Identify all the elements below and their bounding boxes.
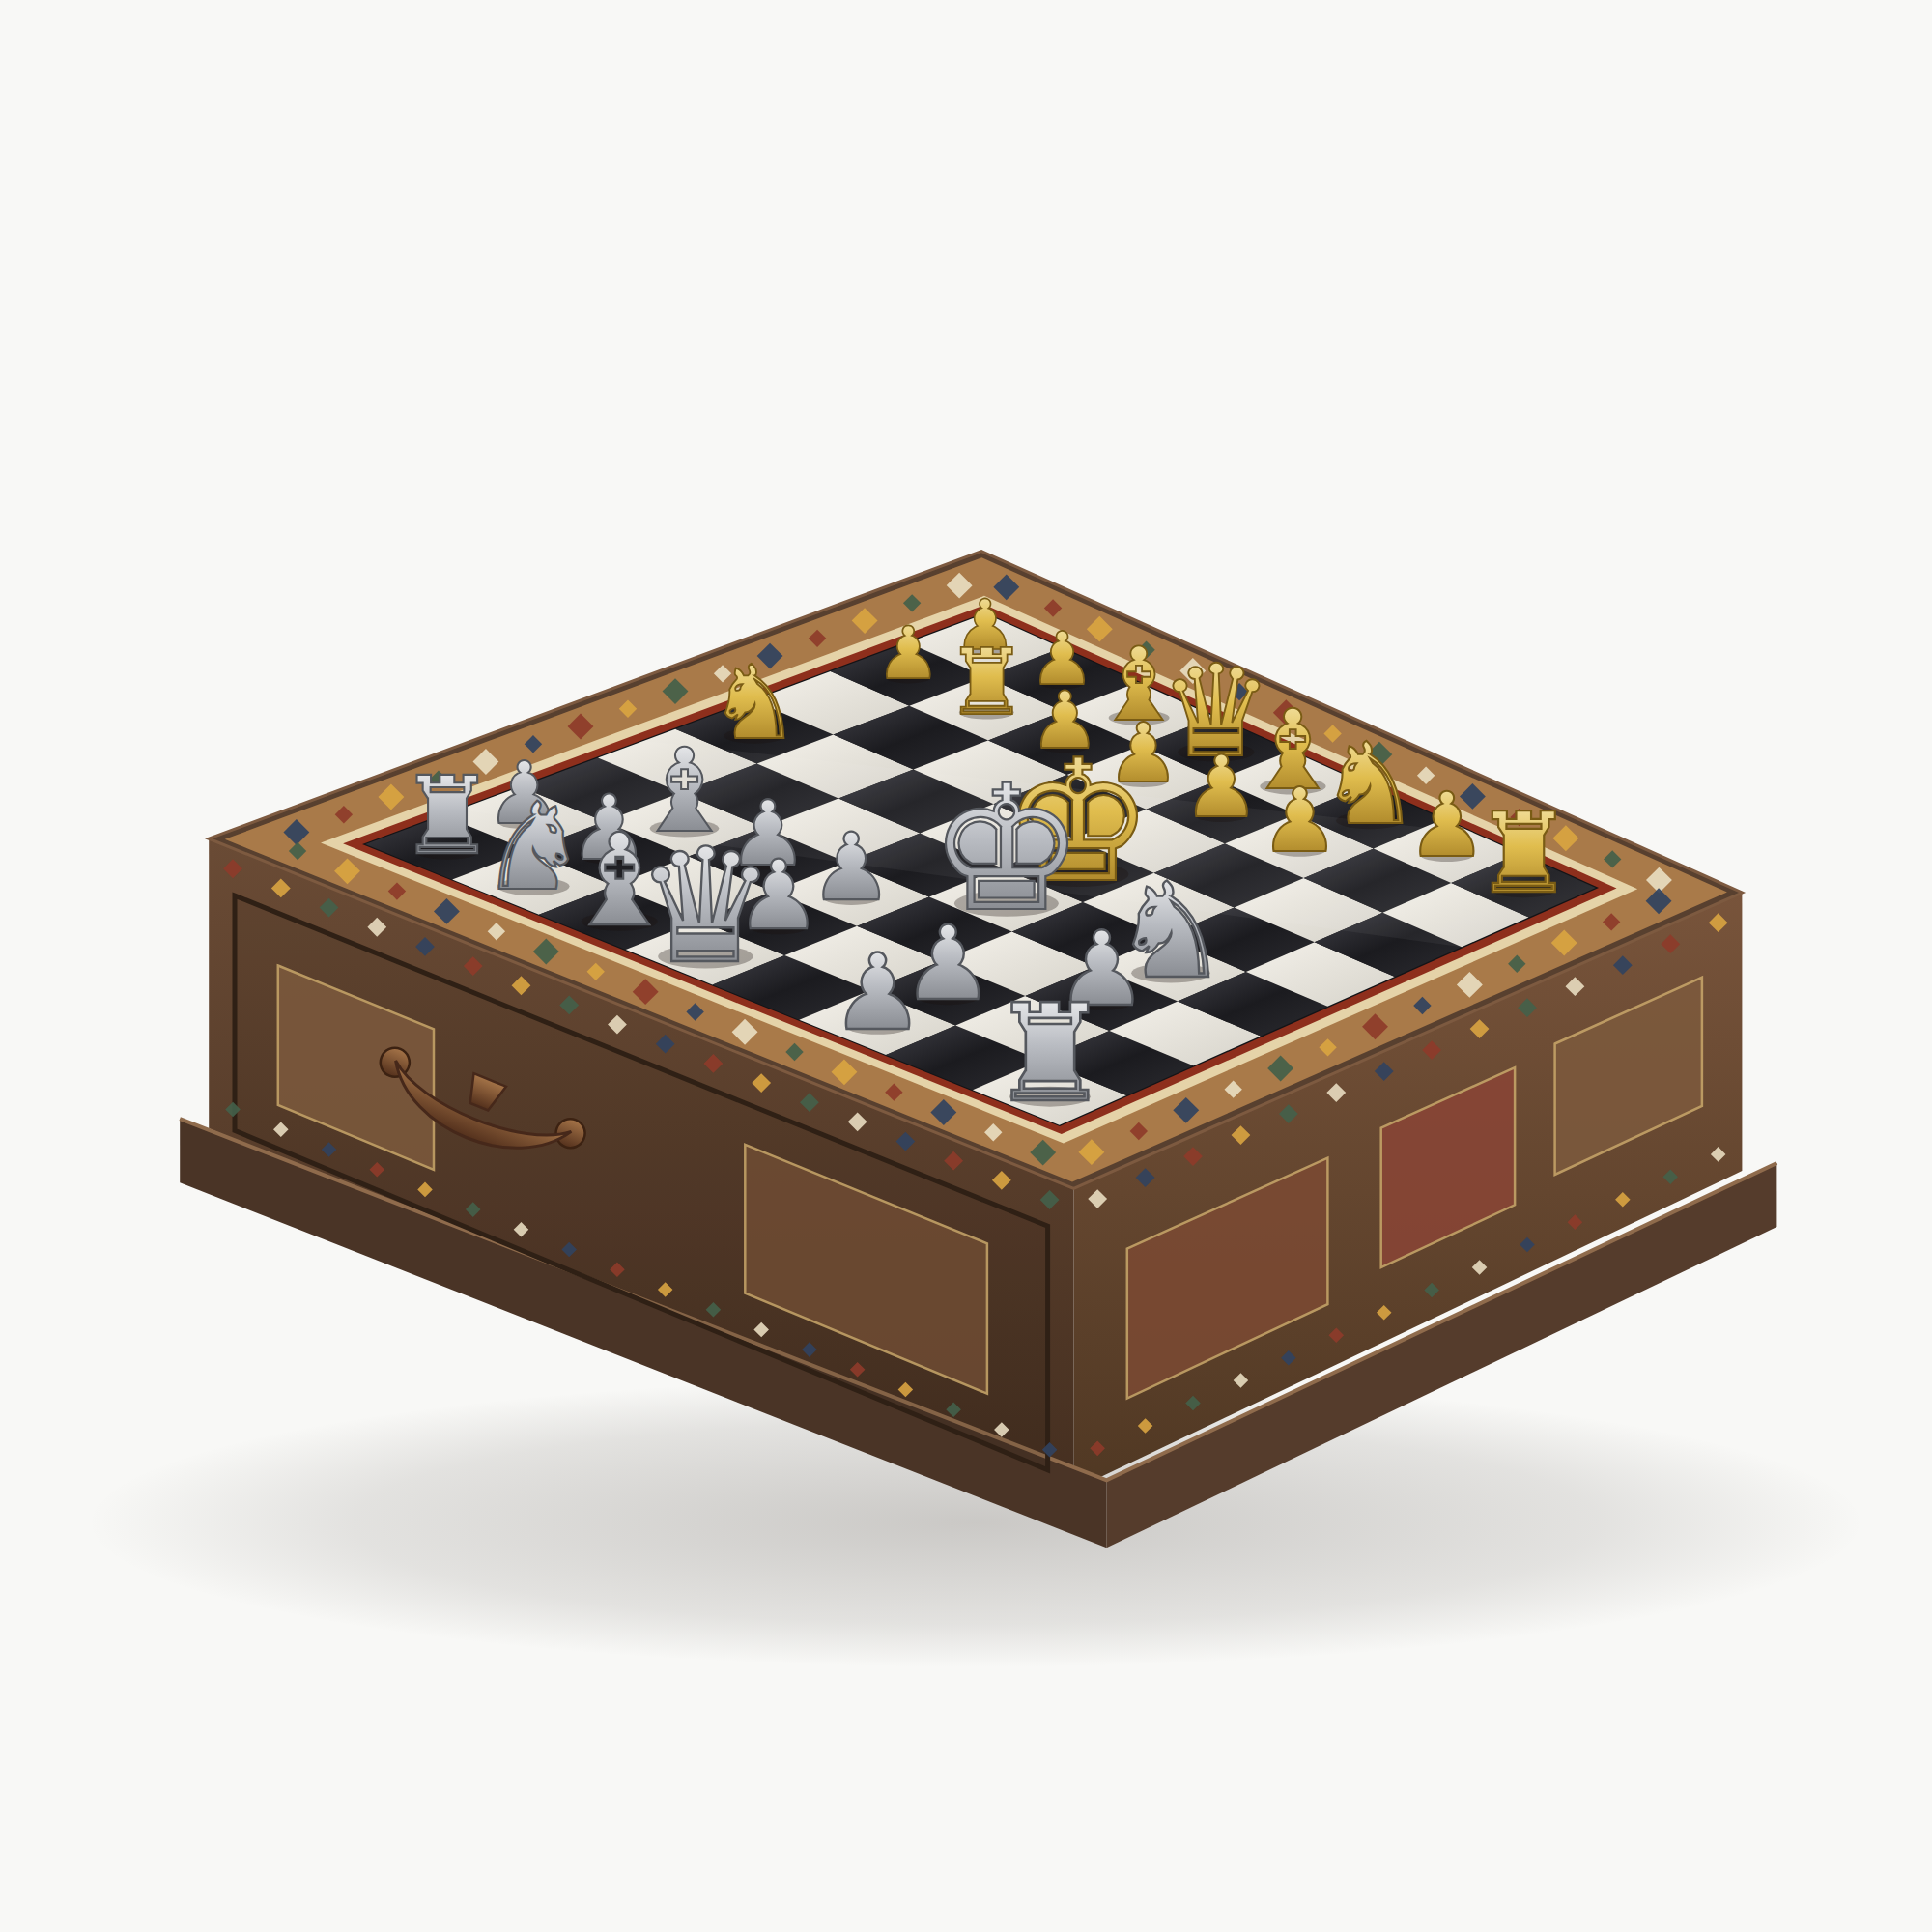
piece-gold-rook-h8: ♜ — [1474, 788, 1574, 918]
piece-gold-pawn-a7: ♟ — [876, 611, 941, 696]
piece-silver-rook-h1: ♜ — [989, 975, 1110, 1132]
chess-set-photo: ♟♟♟♜♝♞♟♛♟♝♟♞♟♝♟♜♟♟♟♚♞♜♟♚♝♟♛♞♟♟♟♜ Product… — [39, 15, 1932, 1932]
piece-silver-pawn-d3: ♟ — [810, 813, 893, 922]
piece-gold-pawn-e7: ♟ — [1183, 737, 1260, 837]
piece-silver-pawn-f1: ♟ — [831, 931, 925, 1054]
piece-silver-queen-d1: ♛ — [635, 814, 777, 999]
generated-scene: ♟♟♟♜♝♞♟♛♟♝♟♞♟♝♟♜♟♟♟♚♞♜♟♚♝♟♛♞♟♟♟♜ — [39, 15, 1932, 1932]
piece-gold-rook-b7: ♜ — [946, 629, 1028, 735]
piece-gold-pawn-f7: ♟ — [1260, 769, 1339, 872]
chess-scene-canvas: ♟♟♟♜♝♞♟♛♟♝♟♞♟♝♟♜♟♟♟♚♞♜♟♚♝♟♛♞♟♟♟♜ — [39, 15, 1932, 1932]
